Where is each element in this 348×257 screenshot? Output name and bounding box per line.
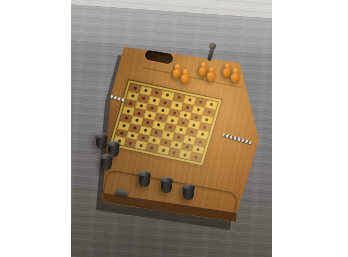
black-peg <box>182 184 195 200</box>
peg-hole <box>161 148 165 152</box>
peg-hole <box>188 98 192 102</box>
peg-hole <box>183 153 187 157</box>
peg-hole <box>144 89 148 93</box>
peg-hole <box>172 151 176 155</box>
peg-hole <box>166 133 170 137</box>
peg-hole <box>209 103 213 107</box>
peg-body <box>183 189 194 200</box>
peg-hole <box>153 138 157 142</box>
peg-hole <box>196 148 200 152</box>
peg-hole <box>137 111 141 115</box>
peg-hole <box>133 126 137 130</box>
peg-hole <box>168 126 172 130</box>
peg-hole <box>185 145 189 149</box>
peg-hole <box>166 94 170 98</box>
peg-hole <box>185 106 189 110</box>
peg-hole <box>198 140 202 144</box>
peg-hole <box>122 124 126 128</box>
peg-hole <box>127 109 131 113</box>
peg-hole <box>151 106 155 110</box>
peg-hole <box>194 155 198 159</box>
peg-hole <box>163 141 167 145</box>
black-peg <box>160 177 173 193</box>
peg-hole <box>177 96 181 100</box>
peg-hole <box>140 104 144 108</box>
peg-hole <box>187 138 191 142</box>
peg-hole <box>129 102 133 106</box>
amber-peg <box>231 68 240 83</box>
product-photo-canvas <box>0 0 348 257</box>
peg-hole <box>164 101 168 105</box>
peg-hole <box>174 143 178 147</box>
black-peg <box>138 171 151 187</box>
peg-hole <box>153 99 157 103</box>
peg-hole <box>207 110 211 114</box>
peg-hole <box>124 117 128 121</box>
peg-hole <box>159 116 163 120</box>
peg-hole <box>205 118 209 122</box>
plank <box>71 2 272 60</box>
peg-hole <box>148 114 152 118</box>
peg-hole <box>142 136 146 140</box>
peg-hole <box>140 144 144 148</box>
peg-hole <box>129 141 133 145</box>
peg-hole <box>179 128 183 132</box>
peg-hole <box>172 111 176 115</box>
peg-hole <box>161 109 165 113</box>
peg-hole <box>120 132 124 136</box>
grid-cells <box>113 84 218 162</box>
peg-hole <box>146 121 150 125</box>
peg-hole <box>131 134 135 138</box>
peg-body <box>139 176 150 187</box>
peg-body <box>161 182 172 193</box>
amber-peg <box>207 67 216 82</box>
peg-body <box>231 73 240 83</box>
peg-hole <box>194 116 198 120</box>
peg-hole <box>196 108 200 112</box>
peg-hole <box>133 87 137 91</box>
peg-hole <box>131 94 135 98</box>
black-peg <box>100 154 113 170</box>
amber-peg <box>181 69 190 84</box>
peg-hole <box>170 118 174 122</box>
peg-hole <box>190 131 194 135</box>
peg-hole <box>150 146 154 150</box>
board-cell <box>189 152 202 162</box>
peg-hole <box>155 91 159 95</box>
peg-hole <box>144 129 148 133</box>
peg-body <box>101 159 112 170</box>
peg-hole <box>155 131 159 135</box>
peg-hole <box>181 121 185 125</box>
peg-body <box>96 138 107 149</box>
peg-hole <box>201 133 205 137</box>
plank <box>71 0 272 24</box>
peg-hole <box>135 119 139 123</box>
peg-hole <box>177 136 181 140</box>
peg-hole <box>203 125 207 129</box>
peg-hole <box>157 124 161 128</box>
peg-hole <box>175 104 179 108</box>
peg-hole <box>192 123 196 127</box>
peg-body <box>207 72 216 82</box>
peg-hole <box>142 97 146 101</box>
peg-body <box>181 74 190 84</box>
peg-hole <box>199 101 203 105</box>
photo <box>71 0 272 257</box>
peg-hole <box>183 113 187 117</box>
